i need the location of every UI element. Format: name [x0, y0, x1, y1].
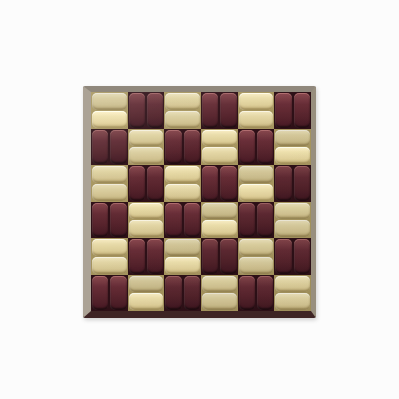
cream-domino-tile [239, 184, 274, 201]
cream-domino-tile [239, 239, 274, 256]
board-cell-5-3 [164, 238, 201, 275]
maroon-domino-tile [129, 166, 145, 201]
board-cell-1-4 [201, 92, 238, 129]
cream-domino-tile [129, 147, 164, 164]
cream-domino-tile [239, 111, 274, 128]
board-cell-4-3 [164, 202, 201, 239]
maroon-domino-tile [129, 239, 145, 274]
cream-domino-tile [92, 166, 127, 183]
board-cell-5-5 [238, 238, 275, 275]
maroon-domino-tile [239, 130, 255, 165]
maroon-domino-tile [110, 276, 126, 311]
board-cell-4-5 [238, 202, 275, 239]
cream-domino-tile [275, 220, 310, 237]
cream-domino-tile [275, 276, 310, 293]
board-cell-2-1 [91, 129, 128, 166]
board-cell-4-4 [201, 202, 238, 239]
maroon-domino-tile [110, 130, 126, 165]
maroon-domino-tile [202, 93, 218, 128]
maroon-domino-tile [294, 93, 310, 128]
photo-background [0, 0, 399, 399]
board-cell-1-2 [128, 92, 165, 129]
cream-domino-tile [275, 130, 310, 147]
cream-domino-tile [275, 293, 310, 310]
maroon-domino-tile [239, 203, 255, 238]
board-cell-5-6 [274, 238, 311, 275]
maroon-domino-tile [129, 93, 145, 128]
cream-domino-tile [92, 184, 127, 201]
maroon-domino-tile [110, 203, 126, 238]
domino-checkerboard [83, 86, 316, 318]
board-grid [91, 92, 311, 311]
cream-domino-tile [165, 111, 200, 128]
maroon-domino-tile [147, 93, 163, 128]
board-cell-4-2 [128, 202, 165, 239]
board-cell-3-4 [201, 165, 238, 202]
board-cell-2-6 [274, 129, 311, 166]
cream-domino-tile [202, 220, 237, 237]
board-cell-1-3 [164, 92, 201, 129]
cream-domino-tile [202, 293, 237, 310]
cream-domino-tile [202, 203, 237, 220]
maroon-domino-tile [165, 276, 181, 311]
board-cell-3-5 [238, 165, 275, 202]
cream-domino-tile [165, 93, 200, 110]
maroon-domino-tile [165, 203, 181, 238]
board-cell-1-1 [91, 92, 128, 129]
maroon-domino-tile [257, 276, 273, 311]
cream-domino-tile [129, 293, 164, 310]
maroon-domino-tile [239, 276, 255, 311]
cream-domino-tile [165, 184, 200, 201]
board-cell-2-3 [164, 129, 201, 166]
maroon-domino-tile [147, 166, 163, 201]
maroon-domino-tile [294, 166, 310, 201]
cream-domino-tile [165, 239, 200, 256]
maroon-domino-tile [147, 239, 163, 274]
maroon-domino-tile [220, 239, 236, 274]
maroon-domino-tile [92, 130, 108, 165]
board-cell-6-3 [164, 275, 201, 312]
maroon-domino-tile [92, 276, 108, 311]
maroon-domino-tile [220, 166, 236, 201]
cream-domino-tile [239, 257, 274, 274]
cream-domino-tile [275, 203, 310, 220]
cream-domino-tile [165, 257, 200, 274]
cream-domino-tile [129, 220, 164, 237]
board-cell-4-6 [274, 202, 311, 239]
cream-domino-tile [239, 93, 274, 110]
board-cell-6-2 [128, 275, 165, 312]
board-cell-3-6 [274, 165, 311, 202]
cream-domino-tile [129, 203, 164, 220]
cream-domino-tile [129, 276, 164, 293]
board-cell-6-1 [91, 275, 128, 312]
maroon-domino-tile [92, 203, 108, 238]
cream-domino-tile [202, 276, 237, 293]
board-cell-3-2 [128, 165, 165, 202]
maroon-domino-tile [275, 166, 291, 201]
maroon-domino-tile [184, 130, 200, 165]
board-cell-5-2 [128, 238, 165, 275]
board-cell-3-3 [164, 165, 201, 202]
cream-domino-tile [92, 93, 127, 110]
board-cell-3-1 [91, 165, 128, 202]
board-cell-2-5 [238, 129, 275, 166]
maroon-domino-tile [184, 276, 200, 311]
board-cell-5-1 [91, 238, 128, 275]
board-cell-2-2 [128, 129, 165, 166]
cream-domino-tile [275, 147, 310, 164]
cream-domino-tile [92, 239, 127, 256]
cream-domino-tile [202, 147, 237, 164]
maroon-domino-tile [257, 130, 273, 165]
cream-domino-tile [92, 257, 127, 274]
cream-domino-tile [165, 166, 200, 183]
board-cell-4-1 [91, 202, 128, 239]
cream-domino-tile [92, 111, 127, 128]
board-cell-6-5 [238, 275, 275, 312]
cream-domino-tile [202, 130, 237, 147]
cream-domino-tile [239, 166, 274, 183]
cream-domino-tile [129, 130, 164, 147]
board-cell-2-4 [201, 129, 238, 166]
board-cell-6-6 [274, 275, 311, 312]
maroon-domino-tile [202, 239, 218, 274]
maroon-domino-tile [275, 93, 291, 128]
maroon-domino-tile [275, 239, 291, 274]
board-cell-1-6 [274, 92, 311, 129]
board-cell-5-4 [201, 238, 238, 275]
maroon-domino-tile [165, 130, 181, 165]
maroon-domino-tile [184, 203, 200, 238]
maroon-domino-tile [220, 93, 236, 128]
board-cell-1-5 [238, 92, 275, 129]
maroon-domino-tile [294, 239, 310, 274]
maroon-domino-tile [257, 203, 273, 238]
maroon-domino-tile [202, 166, 218, 201]
board-cell-6-4 [201, 275, 238, 312]
